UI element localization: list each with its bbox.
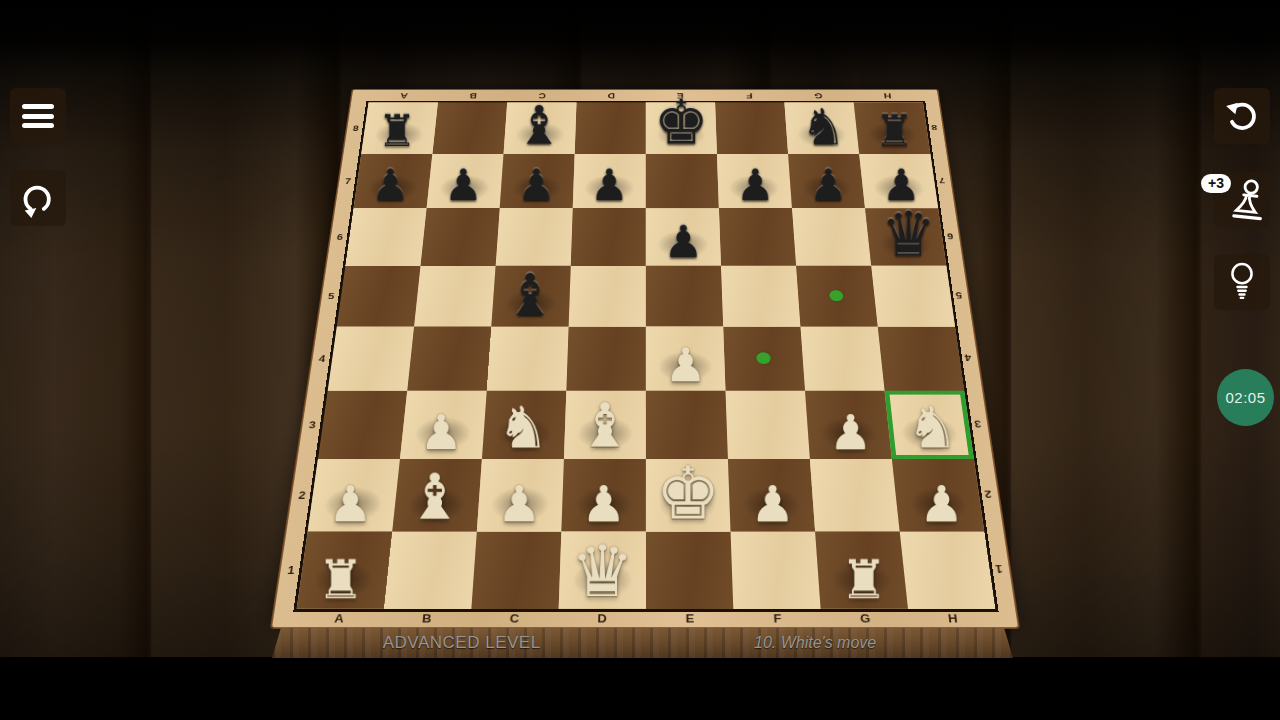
difficulty-level-label: ADVANCED LEVEL — [383, 633, 541, 653]
white-pawn: ♟ — [328, 481, 373, 528]
square-h6[interactable]: ♛ — [865, 208, 946, 265]
white-pawn: ♟ — [919, 481, 964, 528]
square-h2[interactable]: ♟ — [892, 459, 984, 532]
square-c3[interactable]: ♞ — [482, 391, 566, 459]
black-pawn: ♟ — [517, 165, 556, 206]
square-b7[interactable]: ♟ — [427, 154, 504, 208]
black-pawn: ♟ — [590, 165, 629, 206]
square-h4[interactable] — [878, 327, 964, 391]
square-d3[interactable]: ♝ — [564, 391, 646, 459]
white-knight: ♞ — [907, 401, 959, 456]
move-hint-dot — [829, 290, 844, 301]
square-e8[interactable]: ♚ — [646, 102, 717, 154]
square-f6[interactable] — [719, 208, 796, 265]
square-f2[interactable]: ♟ — [728, 459, 815, 532]
board-grid: ♜♝♚♞♜♟♟♟♟♟♟♟♟♛♝♟♟♞♝♟♞♟♝♟♟♚♟♟♜♛♜ — [297, 102, 996, 608]
white-rook: ♜ — [840, 554, 888, 605]
file-label: A — [294, 609, 384, 627]
square-f3[interactable] — [725, 391, 809, 459]
lightbulb-icon — [1227, 260, 1257, 304]
square-c1[interactable] — [471, 532, 561, 609]
flip-board-icon — [18, 178, 58, 218]
square-c4[interactable] — [487, 327, 569, 391]
white-knight: ♞ — [497, 401, 549, 456]
square-a8[interactable]: ♜ — [361, 102, 438, 154]
file-label: G — [784, 91, 854, 102]
menu-icon — [22, 104, 54, 128]
captured-pieces-button[interactable]: +3 — [1214, 172, 1270, 228]
game-timer: 02:05 — [1217, 369, 1274, 426]
file-label: C — [507, 91, 577, 102]
square-b8[interactable] — [432, 102, 507, 154]
square-e7[interactable] — [646, 154, 719, 208]
file-labels-top: ABCDEFGH — [369, 91, 923, 102]
square-d8[interactable] — [575, 102, 646, 154]
square-e2[interactable]: ♚ — [646, 459, 731, 532]
square-f5[interactable] — [721, 266, 800, 327]
square-c6[interactable] — [496, 208, 573, 265]
white-bishop: ♝ — [406, 468, 463, 528]
file-label: E — [646, 91, 715, 102]
white-pawn: ♟ — [750, 481, 795, 528]
square-d2[interactable]: ♟ — [561, 459, 646, 532]
square-h8[interactable]: ♜ — [854, 102, 931, 154]
white-pawn: ♟ — [581, 481, 626, 528]
white-pawn: ♟ — [420, 410, 463, 456]
square-b3[interactable]: ♟ — [400, 391, 487, 459]
file-label: G — [821, 609, 910, 627]
square-d4[interactable] — [566, 327, 646, 391]
square-g8[interactable]: ♞ — [784, 102, 859, 154]
black-king: ♚ — [654, 93, 709, 151]
square-g6[interactable] — [792, 208, 871, 265]
square-a6[interactable] — [345, 208, 426, 265]
square-b6[interactable] — [421, 208, 500, 265]
square-h7[interactable]: ♟ — [859, 154, 938, 208]
square-f1[interactable] — [731, 532, 821, 609]
square-a3[interactable] — [318, 391, 407, 459]
white-pawn: ♟ — [829, 410, 872, 456]
flip-board-button[interactable] — [10, 170, 66, 226]
square-a1[interactable]: ♜ — [297, 532, 393, 609]
square-c5[interactable]: ♝ — [491, 266, 570, 327]
square-e1[interactable] — [646, 532, 733, 609]
black-pawn: ♟ — [663, 221, 703, 263]
file-label: F — [715, 91, 785, 102]
white-king: ♚ — [655, 459, 720, 528]
black-knight: ♞ — [801, 104, 846, 152]
file-label: D — [577, 91, 646, 102]
black-pawn: ♟ — [882, 165, 921, 206]
square-h5[interactable] — [871, 266, 955, 327]
square-e6[interactable]: ♟ — [646, 208, 721, 265]
black-queen: ♛ — [881, 205, 936, 263]
file-labels-bottom: ABCDEFGH — [294, 609, 998, 627]
chess-app-screen: ABCDEFGH ABCDEFGH 87654321 87654321 ♜♝♚♞… — [0, 0, 1280, 720]
square-a5[interactable] — [337, 266, 421, 327]
file-label: H — [852, 91, 922, 102]
square-e3[interactable] — [646, 391, 728, 459]
undo-icon — [1222, 96, 1262, 136]
file-label: H — [908, 609, 998, 627]
timer-value: 02:05 — [1225, 389, 1265, 406]
file-label: C — [470, 609, 559, 627]
black-rook: ♜ — [875, 110, 914, 151]
black-bishop: ♝ — [515, 101, 563, 152]
square-g7[interactable]: ♟ — [788, 154, 865, 208]
square-b2[interactable]: ♝ — [392, 459, 482, 532]
file-label: E — [646, 609, 734, 627]
file-label: B — [438, 91, 508, 102]
hint-button[interactable] — [1214, 254, 1270, 310]
black-bishop: ♝ — [504, 269, 556, 324]
square-g3[interactable]: ♟ — [805, 391, 892, 459]
square-g1[interactable]: ♜ — [815, 532, 908, 609]
white-rook: ♜ — [317, 554, 365, 605]
file-label: D — [558, 609, 646, 627]
square-b1[interactable] — [384, 532, 477, 609]
square-c8[interactable]: ♝ — [504, 102, 577, 154]
square-f4[interactable] — [723, 327, 805, 391]
white-pawn: ♟ — [497, 481, 542, 528]
file-label: A — [369, 91, 439, 102]
square-h1[interactable] — [900, 532, 996, 609]
square-f7[interactable]: ♟ — [717, 154, 792, 208]
black-pawn: ♟ — [444, 165, 483, 206]
black-rook: ♜ — [378, 110, 417, 151]
square-d6[interactable] — [571, 208, 646, 265]
square-e4[interactable]: ♟ — [646, 327, 726, 391]
move-turn-label: 10. White's move — [754, 634, 876, 652]
menu-button[interactable] — [10, 88, 66, 144]
undo-move-button[interactable] — [1214, 88, 1270, 144]
pieces-count-badge: +3 — [1201, 174, 1231, 193]
move-hint-dot — [756, 352, 771, 364]
square-e5[interactable] — [646, 266, 723, 327]
board-front-edge: ADVANCED LEVEL 10. White's move — [272, 628, 1013, 658]
square-a2[interactable]: ♟ — [308, 459, 400, 532]
square-b5[interactable] — [414, 266, 496, 327]
square-h3[interactable]: ♞ — [885, 391, 974, 459]
white-queen: ♛ — [570, 537, 634, 605]
board-frame: ABCDEFGH ABCDEFGH 87654321 87654321 ♜♝♚♞… — [271, 89, 1019, 628]
white-pawn: ♟ — [665, 343, 707, 388]
black-pawn: ♟ — [736, 165, 775, 206]
pawn-icon — [1226, 175, 1269, 225]
black-pawn: ♟ — [809, 165, 848, 206]
square-a4[interactable] — [328, 327, 414, 391]
black-pawn: ♟ — [371, 165, 410, 206]
square-c7[interactable]: ♟ — [500, 154, 575, 208]
square-d5[interactable] — [569, 266, 646, 327]
square-d7[interactable]: ♟ — [573, 154, 646, 208]
square-c2[interactable]: ♟ — [477, 459, 564, 532]
square-b4[interactable] — [407, 327, 491, 391]
square-g5[interactable] — [796, 266, 878, 327]
file-label: B — [382, 609, 471, 627]
white-bishop: ♝ — [577, 398, 632, 456]
square-g4[interactable] — [800, 327, 884, 391]
file-label: F — [733, 609, 822, 627]
square-f8[interactable] — [715, 102, 788, 154]
square-g2[interactable] — [810, 459, 900, 532]
chess-board-3d: ABCDEFGH ABCDEFGH 87654321 87654321 ♜♝♚♞… — [271, 89, 1019, 628]
square-d1[interactable]: ♛ — [559, 532, 646, 609]
square-a7[interactable]: ♟ — [354, 154, 433, 208]
